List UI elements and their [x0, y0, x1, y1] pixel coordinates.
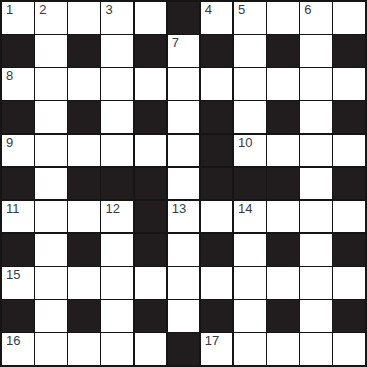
- white-cell-r4c1[interactable]: [35, 135, 67, 167]
- white-cell-r9c9[interactable]: [300, 300, 332, 332]
- black-cell-r6c4: [135, 201, 167, 233]
- white-cell-r0c3[interactable]: 3: [101, 2, 133, 34]
- black-cell-r1c8: [267, 35, 299, 67]
- white-cell-r0c0[interactable]: 1: [2, 2, 34, 34]
- white-cell-r2c2[interactable]: [68, 68, 100, 100]
- black-cell-r5c2: [68, 168, 100, 200]
- black-cell-r3c10: [333, 101, 365, 133]
- white-cell-r2c0[interactable]: 8: [2, 68, 34, 100]
- white-cell-r3c3[interactable]: [101, 101, 133, 133]
- clue-number-3: 3: [105, 3, 112, 18]
- black-cell-r5c4: [135, 168, 167, 200]
- white-cell-r0c8[interactable]: [267, 2, 299, 34]
- white-cell-r2c7[interactable]: [234, 68, 266, 100]
- white-cell-r3c5[interactable]: [168, 101, 200, 133]
- white-cell-r10c7[interactable]: [234, 333, 266, 365]
- white-cell-r4c0[interactable]: 9: [2, 135, 34, 167]
- white-cell-r9c7[interactable]: [234, 300, 266, 332]
- black-cell-r9c4: [135, 300, 167, 332]
- white-cell-r4c2[interactable]: [68, 135, 100, 167]
- black-cell-r5c7: [234, 168, 266, 200]
- black-cell-r9c6: [201, 300, 233, 332]
- black-cell-r9c10: [333, 300, 365, 332]
- black-cell-r3c8: [267, 101, 299, 133]
- white-cell-r4c10[interactable]: [333, 135, 365, 167]
- black-cell-r5c3: [101, 168, 133, 200]
- white-cell-r9c5[interactable]: [168, 300, 200, 332]
- white-cell-r8c4[interactable]: [135, 267, 167, 299]
- white-cell-r2c10[interactable]: [333, 68, 365, 100]
- black-cell-r5c0: [2, 168, 34, 200]
- white-cell-r7c7[interactable]: [234, 234, 266, 266]
- white-cell-r6c1[interactable]: [35, 201, 67, 233]
- white-cell-r6c2[interactable]: [68, 201, 100, 233]
- black-cell-r5c6: [201, 168, 233, 200]
- white-cell-r10c8[interactable]: [267, 333, 299, 365]
- white-cell-r1c1[interactable]: [35, 35, 67, 67]
- white-cell-r8c6[interactable]: [201, 267, 233, 299]
- white-cell-r4c7[interactable]: 10: [234, 135, 266, 167]
- white-cell-r0c6[interactable]: 4: [201, 2, 233, 34]
- black-cell-r7c10: [333, 234, 365, 266]
- white-cell-r4c3[interactable]: [101, 135, 133, 167]
- clue-number-11: 11: [6, 202, 20, 217]
- white-cell-r8c7[interactable]: [234, 267, 266, 299]
- crossword-grid: 1234567891011121314151617: [0, 0, 367, 367]
- white-cell-r10c0[interactable]: 16: [2, 333, 34, 365]
- black-cell-r9c8: [267, 300, 299, 332]
- white-cell-r2c6[interactable]: [201, 68, 233, 100]
- white-cell-r10c4[interactable]: [135, 333, 167, 365]
- white-cell-r8c3[interactable]: [101, 267, 133, 299]
- white-cell-r2c5[interactable]: [168, 68, 200, 100]
- black-cell-r7c2: [68, 234, 100, 266]
- clue-number-13: 13: [172, 202, 186, 217]
- white-cell-r6c3[interactable]: 12: [101, 201, 133, 233]
- white-cell-r6c9[interactable]: [300, 201, 332, 233]
- white-cell-r8c1[interactable]: [35, 267, 67, 299]
- white-cell-r3c9[interactable]: [300, 101, 332, 133]
- black-cell-r7c0: [2, 234, 34, 266]
- white-cell-r0c4[interactable]: [135, 2, 167, 34]
- white-cell-r1c5[interactable]: 7: [168, 35, 200, 67]
- white-cell-r3c1[interactable]: [35, 101, 67, 133]
- white-cell-r2c3[interactable]: [101, 68, 133, 100]
- black-cell-r7c6: [201, 234, 233, 266]
- white-cell-r7c9[interactable]: [300, 234, 332, 266]
- white-cell-r2c9[interactable]: [300, 68, 332, 100]
- white-cell-r7c3[interactable]: [101, 234, 133, 266]
- clue-number-5: 5: [238, 3, 245, 18]
- black-cell-r9c0: [2, 300, 34, 332]
- white-cell-r1c9[interactable]: [300, 35, 332, 67]
- clue-number-9: 9: [6, 136, 13, 151]
- white-cell-r8c2[interactable]: [68, 267, 100, 299]
- black-cell-r1c10: [333, 35, 365, 67]
- clue-number-6: 6: [304, 3, 311, 18]
- white-cell-r8c8[interactable]: [267, 267, 299, 299]
- white-cell-r9c3[interactable]: [101, 300, 133, 332]
- clue-number-14: 14: [238, 202, 252, 217]
- white-cell-r7c1[interactable]: [35, 234, 67, 266]
- white-cell-r3c7[interactable]: [234, 101, 266, 133]
- white-cell-r10c3[interactable]: [101, 333, 133, 365]
- white-cell-r0c9[interactable]: 6: [300, 2, 332, 34]
- white-cell-r4c9[interactable]: [300, 135, 332, 167]
- black-cell-r7c8: [267, 234, 299, 266]
- white-cell-r10c10[interactable]: [333, 333, 365, 365]
- white-cell-r2c1[interactable]: [35, 68, 67, 100]
- white-cell-r8c0[interactable]: 15: [2, 267, 34, 299]
- white-cell-r10c9[interactable]: [300, 333, 332, 365]
- clue-number-12: 12: [105, 202, 119, 217]
- black-cell-r1c4: [135, 35, 167, 67]
- white-cell-r0c2[interactable]: [68, 2, 100, 34]
- white-cell-r10c1[interactable]: [35, 333, 67, 365]
- white-cell-r8c10[interactable]: [333, 267, 365, 299]
- white-cell-r6c6[interactable]: [201, 201, 233, 233]
- clue-number-1: 1: [6, 3, 13, 18]
- white-cell-r8c5[interactable]: [168, 267, 200, 299]
- clue-number-4: 4: [205, 3, 212, 18]
- white-cell-r8c9[interactable]: [300, 267, 332, 299]
- white-cell-r7c5[interactable]: [168, 234, 200, 266]
- white-cell-r0c7[interactable]: 5: [234, 2, 266, 34]
- white-cell-r2c8[interactable]: [267, 68, 299, 100]
- black-cell-r1c6: [201, 35, 233, 67]
- white-cell-r6c10[interactable]: [333, 201, 365, 233]
- clue-number-10: 10: [238, 136, 252, 151]
- black-cell-r7c4: [135, 234, 167, 266]
- black-cell-r3c0: [2, 101, 34, 133]
- black-cell-r5c10: [333, 168, 365, 200]
- black-cell-r10c5: [168, 333, 200, 365]
- black-cell-r3c4: [135, 101, 167, 133]
- white-cell-r6c0[interactable]: 11: [2, 201, 34, 233]
- white-cell-r9c1[interactable]: [35, 300, 67, 332]
- white-cell-r4c5[interactable]: [168, 135, 200, 167]
- white-cell-r10c6[interactable]: 17: [201, 333, 233, 365]
- white-cell-r4c4[interactable]: [135, 135, 167, 167]
- clue-number-7: 7: [172, 36, 179, 51]
- black-cell-r1c2: [68, 35, 100, 67]
- white-cell-r6c7[interactable]: 14: [234, 201, 266, 233]
- white-cell-r0c1[interactable]: 2: [35, 2, 67, 34]
- white-cell-r5c5[interactable]: [168, 168, 200, 200]
- white-cell-r1c7[interactable]: [234, 35, 266, 67]
- black-cell-r3c2: [68, 101, 100, 133]
- white-cell-r10c2[interactable]: [68, 333, 100, 365]
- white-cell-r5c9[interactable]: [300, 168, 332, 200]
- black-cell-r0c5: [168, 2, 200, 34]
- white-cell-r2c4[interactable]: [135, 68, 167, 100]
- white-cell-r0c10[interactable]: [333, 2, 365, 34]
- clue-number-17: 17: [205, 334, 219, 349]
- clue-number-16: 16: [6, 334, 20, 349]
- clue-number-2: 2: [39, 3, 46, 18]
- black-cell-r5c8: [267, 168, 299, 200]
- white-cell-r5c1[interactable]: [35, 168, 67, 200]
- white-cell-r4c8[interactable]: [267, 135, 299, 167]
- white-cell-r1c3[interactable]: [101, 35, 133, 67]
- clue-number-15: 15: [6, 268, 20, 283]
- black-cell-r4c6: [201, 135, 233, 167]
- black-cell-r9c2: [68, 300, 100, 332]
- black-cell-r3c6: [201, 101, 233, 133]
- black-cell-r1c0: [2, 35, 34, 67]
- clue-number-8: 8: [6, 69, 13, 84]
- white-cell-r6c5[interactable]: 13: [168, 201, 200, 233]
- white-cell-r6c8[interactable]: [267, 201, 299, 233]
